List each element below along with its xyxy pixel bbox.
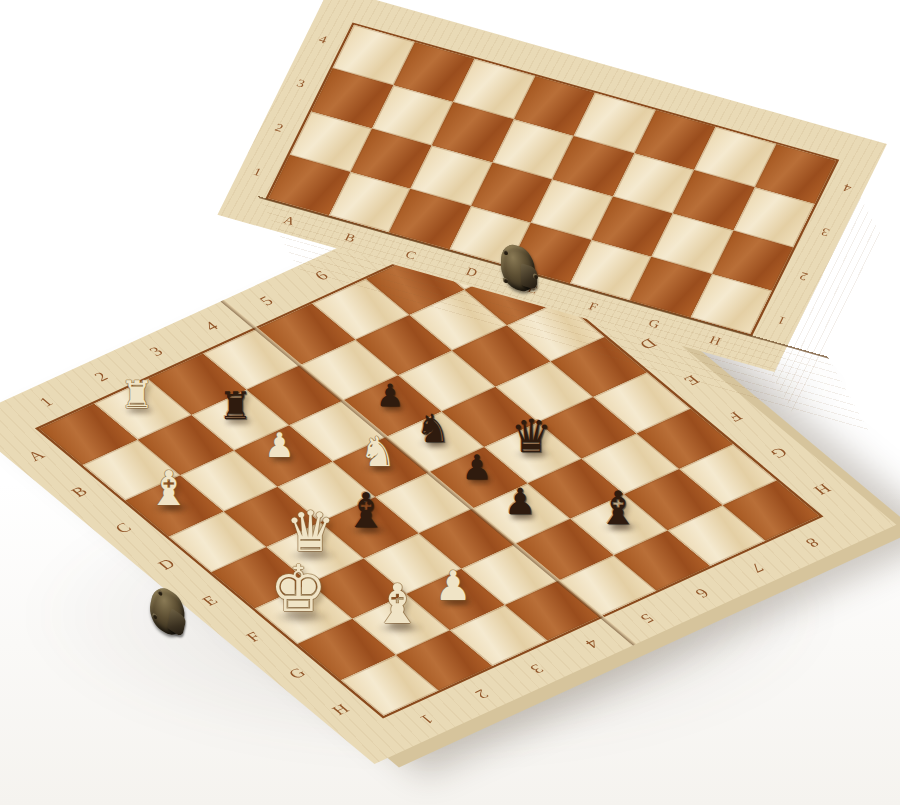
lid-rank-label-4: 4 (311, 30, 335, 48)
rank-label-2: 2 (84, 366, 118, 387)
file-label-E: E (193, 590, 227, 611)
rank-label-far-7: 7 (740, 557, 774, 578)
rank-label-far-6: 6 (685, 582, 719, 603)
file-label-G: G (280, 663, 314, 684)
file-label-far-G: G (761, 442, 795, 463)
file-label-F: F (237, 626, 271, 647)
file-label-B: B (63, 481, 97, 502)
rank-label-far-4: 4 (575, 633, 609, 654)
rank-label-far-3: 3 (520, 658, 554, 679)
file-label-far-H: H (805, 478, 839, 499)
file-label-D: D (150, 554, 184, 575)
file-label-A: A (19, 445, 53, 466)
rank-label-5: 5 (249, 290, 283, 311)
lid-rank-label-1: 1 (245, 163, 269, 181)
file-label-C: C (106, 518, 140, 539)
lid-rank-label-right-3: 3 (813, 222, 837, 240)
lid-rank-label-3: 3 (289, 75, 313, 93)
lid-rank-label-right-2: 2 (791, 267, 815, 285)
rank-label-far-5: 5 (630, 608, 664, 629)
file-label-far-F: F (718, 406, 752, 427)
rank-label-far-8: 8 (795, 532, 829, 553)
lid-rank-label-right-1: 1 (770, 311, 794, 329)
file-label-H: H (324, 699, 358, 720)
rank-label-4: 4 (194, 316, 228, 337)
lid-rank-label-2: 2 (267, 119, 291, 137)
lid-rank-label-right-4: 4 (835, 178, 859, 196)
rank-label-far-2: 2 (465, 683, 499, 704)
rank-label-3: 3 (139, 341, 173, 362)
rank-label-far-1: 1 (409, 709, 443, 730)
rank-label-1: 1 (29, 391, 63, 412)
